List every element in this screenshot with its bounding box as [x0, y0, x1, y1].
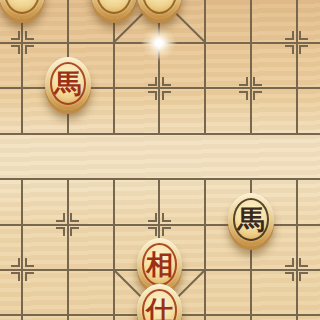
point-marker	[11, 31, 34, 54]
point-marker	[285, 258, 308, 281]
piece-red-horse[interactable]: 馬	[45, 57, 91, 110]
piece-unknown-cropped-piece[interactable]	[91, 0, 137, 19]
piece-character: 仕	[137, 284, 183, 320]
piece-character	[137, 0, 183, 19]
piece-character: 馬	[45, 57, 91, 110]
point-marker	[11, 258, 34, 281]
point-marker	[56, 213, 79, 236]
point-marker	[148, 213, 171, 236]
piece-unknown-cropped-piece[interactable]	[137, 0, 183, 19]
piece-red-advisor[interactable]: 仕	[137, 284, 183, 320]
point-marker	[148, 77, 171, 100]
board-points-grid: 馬馬相仕	[0, 0, 320, 320]
piece-character	[0, 0, 45, 19]
piece-character	[91, 0, 137, 19]
xiangqi-board[interactable]: 馬馬相仕	[0, 0, 320, 320]
point-marker	[239, 77, 262, 100]
piece-unknown-cropped-piece[interactable]	[0, 0, 45, 19]
highlight-glow	[142, 26, 176, 60]
point-marker	[285, 31, 308, 54]
piece-black-horse[interactable]: 馬	[228, 193, 274, 246]
piece-character: 馬	[228, 193, 274, 246]
